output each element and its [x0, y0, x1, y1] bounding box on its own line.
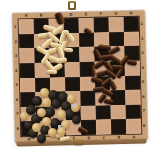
checker-black[interactable]: [45, 107, 55, 117]
chess-piece-dark[interactable]: [55, 11, 66, 25]
checker-black[interactable]: [32, 96, 42, 106]
chess-piece-dark[interactable]: [77, 125, 88, 134]
chess-piece-light[interactable]: [47, 69, 57, 74]
checker-light[interactable]: [48, 128, 57, 137]
chess-piece-light[interactable]: [60, 136, 71, 142]
glare-speck: [58, 125, 61, 128]
glare-speck: [72, 104, 75, 107]
chess-piece-dark[interactable]: [108, 79, 117, 90]
chess-piece-light[interactable]: [57, 57, 68, 64]
checker-light[interactable]: [57, 110, 66, 119]
checker-light[interactable]: [40, 88, 49, 97]
checker-light[interactable]: [20, 112, 28, 120]
pieces-layer: [0, 0, 160, 160]
checker-light[interactable]: [32, 123, 41, 132]
chess-piece-dark[interactable]: [83, 27, 92, 36]
checker-black[interactable]: [37, 134, 46, 143]
chess-piece-dark[interactable]: [127, 59, 138, 66]
product-photo-stage: ABCDEFGH HGFEDCBA 12345678 12345678: [0, 0, 160, 160]
checker-black[interactable]: [72, 115, 81, 124]
checker-light[interactable]: [42, 98, 51, 107]
chess-piece-dark[interactable]: [103, 98, 113, 104]
chess-piece-light[interactable]: [63, 47, 72, 52]
checker-light[interactable]: [37, 108, 46, 117]
checker-light[interactable]: [67, 94, 76, 103]
checker-light[interactable]: [42, 117, 51, 126]
